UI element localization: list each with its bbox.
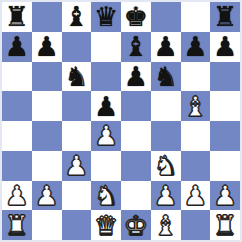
piece-white-pawn[interactable]: ♟ — [5, 181, 29, 210]
square-h8[interactable]: ♜ — [210, 2, 240, 32]
piece-white-knight[interactable]: ♞ — [154, 151, 178, 180]
piece-white-pawn[interactable]: ♟ — [154, 181, 178, 210]
square-b6[interactable] — [32, 62, 62, 92]
square-e3[interactable] — [121, 151, 151, 181]
square-c2[interactable] — [62, 181, 92, 211]
square-g7[interactable]: ♟ — [181, 32, 211, 62]
square-h5[interactable] — [210, 91, 240, 121]
piece-white-pawn[interactable]: ♟ — [64, 151, 88, 180]
chess-board: ♜♝♛♚♜♟♟♝♟♟♟♞♟♞♟♝♟♟♞♟♟♞♟♟♟♜♛♚♝♜ — [0, 0, 242, 242]
piece-black-rook[interactable]: ♜ — [5, 2, 29, 31]
piece-white-rook[interactable]: ♜ — [5, 211, 29, 240]
square-h1[interactable]: ♜ — [210, 210, 240, 240]
square-c5[interactable] — [62, 91, 92, 121]
square-b5[interactable] — [32, 91, 62, 121]
square-b4[interactable] — [32, 121, 62, 151]
square-h3[interactable] — [210, 151, 240, 181]
square-d3[interactable] — [91, 151, 121, 181]
square-c1[interactable] — [62, 210, 92, 240]
piece-white-bishop[interactable]: ♝ — [183, 92, 207, 121]
square-c7[interactable] — [62, 32, 92, 62]
square-g8[interactable] — [181, 2, 211, 32]
square-d1[interactable]: ♛ — [91, 210, 121, 240]
square-d8[interactable]: ♛ — [91, 2, 121, 32]
square-f1[interactable]: ♝ — [151, 210, 181, 240]
piece-white-pawn[interactable]: ♟ — [35, 181, 59, 210]
square-g5[interactable]: ♝ — [181, 91, 211, 121]
piece-white-queen[interactable]: ♛ — [94, 211, 118, 240]
square-a3[interactable] — [2, 151, 32, 181]
square-g6[interactable] — [181, 62, 211, 92]
square-b3[interactable] — [32, 151, 62, 181]
square-c8[interactable]: ♝ — [62, 2, 92, 32]
square-b7[interactable]: ♟ — [32, 32, 62, 62]
piece-white-rook[interactable]: ♜ — [213, 211, 237, 240]
piece-black-queen[interactable]: ♛ — [94, 2, 118, 31]
square-a5[interactable] — [2, 91, 32, 121]
square-d7[interactable] — [91, 32, 121, 62]
square-e7[interactable]: ♝ — [121, 32, 151, 62]
square-e6[interactable]: ♟ — [121, 62, 151, 92]
square-a4[interactable] — [2, 121, 32, 151]
square-b2[interactable]: ♟ — [32, 181, 62, 211]
square-c6[interactable]: ♞ — [62, 62, 92, 92]
piece-black-knight[interactable]: ♞ — [154, 62, 178, 91]
square-e1[interactable]: ♚ — [121, 210, 151, 240]
piece-white-knight[interactable]: ♞ — [94, 181, 118, 210]
square-e2[interactable] — [121, 181, 151, 211]
square-h2[interactable]: ♟ — [210, 181, 240, 211]
piece-white-pawn[interactable]: ♟ — [213, 181, 237, 210]
square-c4[interactable] — [62, 121, 92, 151]
piece-black-pawn[interactable]: ♟ — [183, 32, 207, 61]
square-h7[interactable]: ♟ — [210, 32, 240, 62]
square-a1[interactable]: ♜ — [2, 210, 32, 240]
square-g1[interactable] — [181, 210, 211, 240]
square-d2[interactable]: ♞ — [91, 181, 121, 211]
piece-black-knight[interactable]: ♞ — [64, 62, 88, 91]
square-e4[interactable] — [121, 121, 151, 151]
piece-black-rook[interactable]: ♜ — [213, 2, 237, 31]
piece-white-pawn[interactable]: ♟ — [94, 121, 118, 150]
square-g3[interactable] — [181, 151, 211, 181]
piece-black-pawn[interactable]: ♟ — [124, 62, 148, 91]
square-f7[interactable]: ♟ — [151, 32, 181, 62]
piece-black-bishop[interactable]: ♝ — [64, 2, 88, 31]
square-a7[interactable]: ♟ — [2, 32, 32, 62]
piece-black-pawn[interactable]: ♟ — [154, 32, 178, 61]
square-g4[interactable] — [181, 121, 211, 151]
square-d5[interactable]: ♟ — [91, 91, 121, 121]
square-f8[interactable] — [151, 2, 181, 32]
square-h4[interactable] — [210, 121, 240, 151]
square-e5[interactable] — [121, 91, 151, 121]
square-c3[interactable]: ♟ — [62, 151, 92, 181]
square-b1[interactable] — [32, 210, 62, 240]
square-a2[interactable]: ♟ — [2, 181, 32, 211]
piece-black-pawn[interactable]: ♟ — [5, 32, 29, 61]
square-h6[interactable] — [210, 62, 240, 92]
square-d4[interactable]: ♟ — [91, 121, 121, 151]
square-g2[interactable]: ♟ — [181, 181, 211, 211]
piece-white-bishop[interactable]: ♝ — [154, 211, 178, 240]
piece-white-pawn[interactable]: ♟ — [183, 181, 207, 210]
square-f4[interactable] — [151, 121, 181, 151]
piece-black-pawn[interactable]: ♟ — [213, 32, 237, 61]
piece-black-bishop[interactable]: ♝ — [124, 32, 148, 61]
square-f5[interactable] — [151, 91, 181, 121]
square-d6[interactable] — [91, 62, 121, 92]
square-e8[interactable]: ♚ — [121, 2, 151, 32]
square-a6[interactable] — [2, 62, 32, 92]
square-a8[interactable]: ♜ — [2, 2, 32, 32]
square-b8[interactable] — [32, 2, 62, 32]
square-f6[interactable]: ♞ — [151, 62, 181, 92]
piece-black-king[interactable]: ♚ — [124, 2, 148, 31]
piece-black-pawn[interactable]: ♟ — [94, 92, 118, 121]
square-f3[interactable]: ♞ — [151, 151, 181, 181]
piece-black-pawn[interactable]: ♟ — [35, 32, 59, 61]
piece-white-king[interactable]: ♚ — [124, 211, 148, 240]
square-f2[interactable]: ♟ — [151, 181, 181, 211]
